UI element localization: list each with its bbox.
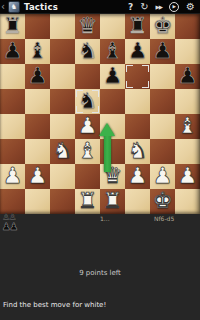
points-left-label: 9 points left xyxy=(0,269,200,277)
square-f7[interactable]: ♟ xyxy=(125,39,150,64)
white-rook[interactable]: ♜ xyxy=(100,189,125,214)
last-move-label[interactable]: Nf6-d5 xyxy=(154,215,174,222)
square-f2[interactable]: ♟ xyxy=(125,164,150,189)
square-a7[interactable]: ♟ xyxy=(0,39,25,64)
black-knight[interactable]: ♞ xyxy=(75,89,100,114)
white-rook[interactable]: ♜ xyxy=(75,189,100,214)
app-icon[interactable]: ♞ xyxy=(8,1,20,13)
fast-forward-icon[interactable]: ▶▶ xyxy=(156,4,162,10)
play-icon-triangle: ▶ xyxy=(173,3,176,11)
square-c8[interactable] xyxy=(50,14,75,39)
square-f5[interactable] xyxy=(125,89,150,114)
app-bar: ‹ ♞ Tactics ? ↻ ▶▶ ▶ ⚙ xyxy=(0,0,200,14)
square-b6[interactable]: ♟ xyxy=(25,64,50,89)
app-screen: ‹ ♞ Tactics ? ↻ ▶▶ ▶ ⚙ ♜♛♜♚♟♝♞♝♟♟♟♟♟♞♟♝♞… xyxy=(0,0,200,320)
square-f8[interactable]: ♜ xyxy=(125,14,150,39)
white-pawn[interactable]: ♟ xyxy=(75,114,100,139)
white-bishop[interactable]: ♝ xyxy=(75,139,100,164)
square-g1[interactable]: ♚ xyxy=(150,189,175,214)
square-b3[interactable] xyxy=(25,139,50,164)
square-h2[interactable]: ♟ xyxy=(175,164,200,189)
square-a6[interactable] xyxy=(0,64,25,89)
square-d7[interactable]: ♞ xyxy=(75,39,100,64)
black-pawn[interactable]: ♟ xyxy=(175,64,200,89)
square-g8[interactable]: ♚ xyxy=(150,14,175,39)
restart-icon[interactable]: ↻ xyxy=(140,2,148,12)
square-a3[interactable] xyxy=(0,139,25,164)
square-c7[interactable] xyxy=(50,39,75,64)
square-f4[interactable] xyxy=(125,114,150,139)
black-knight[interactable]: ♞ xyxy=(75,39,100,64)
move-number: 1... xyxy=(100,215,110,222)
square-d4[interactable]: ♟ xyxy=(75,114,100,139)
white-knight[interactable]: ♞ xyxy=(125,139,150,164)
square-g7[interactable]: ♟ xyxy=(150,39,175,64)
square-b4[interactable] xyxy=(25,114,50,139)
black-pawn[interactable]: ♟ xyxy=(150,39,175,64)
help-icon[interactable]: ? xyxy=(128,2,133,12)
square-d2[interactable] xyxy=(75,164,100,189)
square-h4[interactable]: ♝ xyxy=(175,114,200,139)
square-d5[interactable]: ♞ xyxy=(75,89,100,114)
square-c1[interactable] xyxy=(50,189,75,214)
black-rook[interactable]: ♜ xyxy=(125,14,150,39)
square-f1[interactable] xyxy=(125,189,150,214)
black-rook[interactable]: ♜ xyxy=(0,14,25,39)
square-f3[interactable]: ♞ xyxy=(125,139,150,164)
white-bishop[interactable]: ♝ xyxy=(175,114,200,139)
white-pawn[interactable]: ♟ xyxy=(175,164,200,189)
black-pawn[interactable]: ♟ xyxy=(100,64,125,89)
black-pawn[interactable]: ♟ xyxy=(0,39,25,64)
square-c3[interactable]: ♞ xyxy=(50,139,75,164)
square-d8[interactable]: ♛ xyxy=(75,14,100,39)
white-pawn[interactable]: ♟ xyxy=(150,164,175,189)
square-a2[interactable]: ♟ xyxy=(0,164,25,189)
square-h5[interactable] xyxy=(175,89,200,114)
square-d3[interactable]: ♝ xyxy=(75,139,100,164)
square-a8[interactable]: ♜ xyxy=(0,14,25,39)
square-a5[interactable] xyxy=(0,89,25,114)
black-pawn[interactable]: ♟ xyxy=(25,64,50,89)
square-c4[interactable] xyxy=(50,114,75,139)
square-g3[interactable] xyxy=(150,139,175,164)
square-e6[interactable]: ♟ xyxy=(100,64,125,89)
page-title: Tactics xyxy=(24,2,58,12)
square-h6[interactable]: ♟ xyxy=(175,64,200,89)
square-e2[interactable]: ♛ xyxy=(100,164,125,189)
square-b8[interactable] xyxy=(25,14,50,39)
square-a4[interactable] xyxy=(0,114,25,139)
square-h8[interactable] xyxy=(175,14,200,39)
square-a1[interactable] xyxy=(0,189,25,214)
square-e8[interactable] xyxy=(100,14,125,39)
prompt-text: Find the best move for white! xyxy=(3,301,106,309)
square-h3[interactable] xyxy=(175,139,200,164)
square-e3[interactable] xyxy=(100,139,125,164)
square-b7[interactable]: ♝ xyxy=(25,39,50,64)
white-king[interactable]: ♚ xyxy=(150,189,175,214)
white-knight[interactable]: ♞ xyxy=(50,139,75,164)
settings-icon[interactable]: ⚙ xyxy=(186,2,195,12)
lastmove-marker xyxy=(126,65,149,88)
back-chevron-icon[interactable]: ‹ xyxy=(1,0,5,14)
black-pawn[interactable]: ♟ xyxy=(125,39,150,64)
square-c6[interactable] xyxy=(50,64,75,89)
white-pawn[interactable]: ♟ xyxy=(0,164,25,189)
square-e5[interactable] xyxy=(100,89,125,114)
square-b1[interactable] xyxy=(25,189,50,214)
black-bishop[interactable]: ♝ xyxy=(25,39,50,64)
app-icon-knight-glyph: ♞ xyxy=(11,2,17,12)
play-icon[interactable]: ▶ xyxy=(169,2,179,12)
square-g2[interactable]: ♟ xyxy=(150,164,175,189)
square-g5[interactable] xyxy=(150,89,175,114)
square-h7[interactable] xyxy=(175,39,200,64)
black-king[interactable]: ♚ xyxy=(150,14,175,39)
square-c2[interactable] xyxy=(50,164,75,189)
square-b5[interactable] xyxy=(25,89,50,114)
square-c5[interactable] xyxy=(50,89,75,114)
chess-board: ♜♛♜♚♟♝♞♝♟♟♟♟♟♞♟♝♞♝♞♟♟♛♟♟♟♜♜♚ xyxy=(0,14,200,214)
white-pawn[interactable]: ♟ xyxy=(125,164,150,189)
action-buttons: ? ↻ ▶▶ ▶ ⚙ xyxy=(128,2,195,12)
square-e7[interactable]: ♝ xyxy=(100,39,125,64)
square-g6[interactable] xyxy=(150,64,175,89)
square-g4[interactable] xyxy=(150,114,175,139)
square-d6[interactable] xyxy=(75,64,100,89)
square-e4[interactable] xyxy=(100,114,125,139)
board-grid: ♜♛♜♚♟♝♞♝♟♟♟♟♟♞♟♝♞♝♞♟♟♛♟♟♟♜♜♚ xyxy=(0,14,200,214)
square-f6[interactable] xyxy=(125,64,150,89)
white-pawn[interactable]: ♟ xyxy=(25,164,50,189)
black-queen[interactable]: ♛ xyxy=(75,14,100,39)
black-bishop[interactable]: ♝ xyxy=(100,39,125,64)
captured-black-pawns: ♟♟ xyxy=(2,221,17,232)
square-d1[interactable]: ♜ xyxy=(75,189,100,214)
square-b2[interactable]: ♟ xyxy=(25,164,50,189)
white-queen[interactable]: ♛ xyxy=(100,164,125,189)
square-e1[interactable]: ♜ xyxy=(100,189,125,214)
square-h1[interactable] xyxy=(175,189,200,214)
